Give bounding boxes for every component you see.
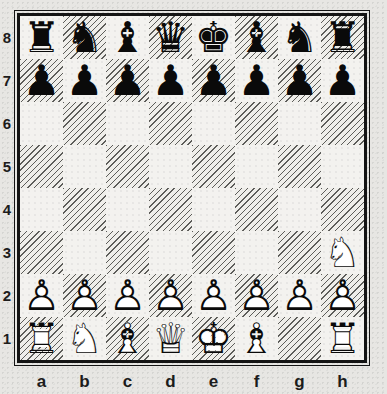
square-c2: ♟♙ (106, 274, 149, 317)
square-b6 (63, 102, 106, 145)
rank-label-2: 2 (0, 274, 14, 317)
piece-glyph: ♙ (106, 274, 149, 317)
piece-white-pawn-b2: ♟♙ (63, 274, 106, 317)
piece-white-rook-h1: ♜♖ (321, 317, 364, 360)
rank-label-1: 1 (0, 317, 14, 360)
piece-black-rook-h8: ♜ (321, 16, 364, 59)
square-c7: ♟ (106, 59, 149, 102)
square-c8: ♝ (106, 16, 149, 59)
piece-black-pawn-a7: ♟ (20, 59, 63, 102)
square-d2: ♟♙ (149, 274, 192, 317)
piece-glyph: ♝ (235, 16, 278, 59)
piece-glyph: ♙ (63, 274, 106, 317)
square-h4 (321, 188, 364, 231)
piece-white-bishop-c1: ♝♗ (106, 317, 149, 360)
rank-label-8: 8 (0, 16, 14, 59)
piece-black-rook-a8: ♜ (20, 16, 63, 59)
piece-glyph: ♗ (106, 317, 149, 360)
square-h6 (321, 102, 364, 145)
square-g7: ♟ (278, 59, 321, 102)
square-h5 (321, 145, 364, 188)
square-f3 (235, 231, 278, 274)
square-a5 (20, 145, 63, 188)
piece-glyph: ♟ (106, 59, 149, 102)
piece-white-bishop-f1: ♝♗ (235, 317, 278, 360)
piece-glyph: ♟ (278, 59, 321, 102)
square-g6 (278, 102, 321, 145)
piece-black-queen-d8: ♛ (149, 16, 192, 59)
piece-white-pawn-g2: ♟♙ (278, 274, 321, 317)
piece-glyph: ♘ (321, 231, 364, 274)
square-g3 (278, 231, 321, 274)
square-a7: ♟ (20, 59, 63, 102)
piece-black-pawn-c7: ♟ (106, 59, 149, 102)
square-c4 (106, 188, 149, 231)
square-d5 (149, 145, 192, 188)
square-d8: ♛ (149, 16, 192, 59)
file-label-g: g (278, 371, 321, 393)
square-f5 (235, 145, 278, 188)
rank-label-7: 7 (0, 59, 14, 102)
piece-white-pawn-f2: ♟♙ (235, 274, 278, 317)
square-a8: ♜ (20, 16, 63, 59)
piece-white-pawn-d2: ♟♙ (149, 274, 192, 317)
square-c6 (106, 102, 149, 145)
piece-black-king-e8: ♚ (192, 16, 235, 59)
square-h3: ♞♘ (321, 231, 364, 274)
file-label-c: c (106, 371, 149, 393)
piece-glyph: ♟ (149, 59, 192, 102)
piece-black-pawn-f7: ♟ (235, 59, 278, 102)
square-g5 (278, 145, 321, 188)
piece-glyph: ♙ (235, 274, 278, 317)
piece-black-knight-g8: ♞ (278, 16, 321, 59)
square-b4 (63, 188, 106, 231)
piece-glyph: ♔ (192, 317, 235, 360)
piece-glyph: ♟ (235, 59, 278, 102)
file-labels: a b c d e f g h (20, 371, 364, 393)
piece-glyph: ♙ (149, 274, 192, 317)
square-b1: ♞♘ (63, 317, 106, 360)
piece-glyph: ♛ (149, 16, 192, 59)
square-e6 (192, 102, 235, 145)
square-g1 (278, 317, 321, 360)
chess-diagram: 8 7 6 5 4 3 2 1 ♜♞♝♛♚♝♞♜♟♟♟♟♟♟♟♟♞♘♟♙♟♙♟♙… (0, 0, 387, 394)
piece-glyph: ♘ (63, 317, 106, 360)
piece-glyph: ♙ (192, 274, 235, 317)
square-f2: ♟♙ (235, 274, 278, 317)
file-label-f: f (235, 371, 278, 393)
square-a3 (20, 231, 63, 274)
square-g2: ♟♙ (278, 274, 321, 317)
piece-glyph: ♞ (63, 16, 106, 59)
square-a1: ♜♖ (20, 317, 63, 360)
square-f7: ♟ (235, 59, 278, 102)
piece-glyph: ♗ (235, 317, 278, 360)
piece-black-pawn-e7: ♟ (192, 59, 235, 102)
square-f4 (235, 188, 278, 231)
piece-black-pawn-g7: ♟ (278, 59, 321, 102)
rank-label-6: 6 (0, 102, 14, 145)
piece-black-bishop-c8: ♝ (106, 16, 149, 59)
file-label-a: a (20, 371, 63, 393)
square-b3 (63, 231, 106, 274)
piece-glyph: ♟ (20, 59, 63, 102)
square-d4 (149, 188, 192, 231)
square-c1: ♝♗ (106, 317, 149, 360)
piece-white-rook-a1: ♜♖ (20, 317, 63, 360)
file-label-b: b (63, 371, 106, 393)
piece-white-pawn-c2: ♟♙ (106, 274, 149, 317)
square-b5 (63, 145, 106, 188)
piece-white-king-e1: ♚♔ (192, 317, 235, 360)
square-h1: ♜♖ (321, 317, 364, 360)
square-b8: ♞ (63, 16, 106, 59)
piece-white-pawn-e2: ♟♙ (192, 274, 235, 317)
square-f6 (235, 102, 278, 145)
square-g4 (278, 188, 321, 231)
piece-glyph: ♚ (192, 16, 235, 59)
piece-white-pawn-a2: ♟♙ (20, 274, 63, 317)
rank-labels: 8 7 6 5 4 3 2 1 (0, 16, 14, 360)
piece-black-knight-b8: ♞ (63, 16, 106, 59)
piece-glyph: ♝ (106, 16, 149, 59)
piece-black-pawn-h7: ♟ (321, 59, 364, 102)
square-f1: ♝♗ (235, 317, 278, 360)
square-h8: ♜ (321, 16, 364, 59)
piece-white-knight-b1: ♞♘ (63, 317, 106, 360)
square-e7: ♟ (192, 59, 235, 102)
square-c3 (106, 231, 149, 274)
piece-glyph: ♖ (321, 317, 364, 360)
square-e3 (192, 231, 235, 274)
square-d3 (149, 231, 192, 274)
piece-black-pawn-d7: ♟ (149, 59, 192, 102)
square-a6 (20, 102, 63, 145)
piece-glyph: ♜ (20, 16, 63, 59)
piece-glyph: ♜ (321, 16, 364, 59)
piece-black-pawn-b7: ♟ (63, 59, 106, 102)
piece-glyph: ♙ (20, 274, 63, 317)
rank-label-4: 4 (0, 188, 14, 231)
piece-white-knight-h3: ♞♘ (321, 231, 364, 274)
square-h7: ♟ (321, 59, 364, 102)
rank-label-3: 3 (0, 231, 14, 274)
piece-glyph: ♟ (192, 59, 235, 102)
piece-glyph: ♕ (149, 317, 192, 360)
square-e2: ♟♙ (192, 274, 235, 317)
square-e1: ♚♔ (192, 317, 235, 360)
square-f8: ♝ (235, 16, 278, 59)
rank-label-5: 5 (0, 145, 14, 188)
square-b2: ♟♙ (63, 274, 106, 317)
square-a2: ♟♙ (20, 274, 63, 317)
square-a4 (20, 188, 63, 231)
square-g8: ♞ (278, 16, 321, 59)
chess-board: ♜♞♝♛♚♝♞♜♟♟♟♟♟♟♟♟♞♘♟♙♟♙♟♙♟♙♟♙♟♙♟♙♟♙♜♖♞♘♝♗… (17, 13, 367, 363)
piece-glyph: ♙ (278, 274, 321, 317)
piece-glyph: ♖ (20, 317, 63, 360)
square-d1: ♛♕ (149, 317, 192, 360)
file-label-d: d (149, 371, 192, 393)
board-frame: ♜♞♝♛♚♝♞♜♟♟♟♟♟♟♟♟♞♘♟♙♟♙♟♙♟♙♟♙♟♙♟♙♟♙♜♖♞♘♝♗… (14, 10, 370, 366)
piece-glyph: ♟ (63, 59, 106, 102)
file-label-h: h (321, 371, 364, 393)
piece-glyph: ♟ (321, 59, 364, 102)
file-label-e: e (192, 371, 235, 393)
square-h2: ♟♙ (321, 274, 364, 317)
piece-white-pawn-h2: ♟♙ (321, 274, 364, 317)
square-b7: ♟ (63, 59, 106, 102)
piece-glyph: ♞ (278, 16, 321, 59)
piece-glyph: ♙ (321, 274, 364, 317)
square-e4 (192, 188, 235, 231)
piece-black-bishop-f8: ♝ (235, 16, 278, 59)
square-c5 (106, 145, 149, 188)
square-d6 (149, 102, 192, 145)
piece-white-queen-d1: ♛♕ (149, 317, 192, 360)
square-e8: ♚ (192, 16, 235, 59)
square-e5 (192, 145, 235, 188)
square-d7: ♟ (149, 59, 192, 102)
